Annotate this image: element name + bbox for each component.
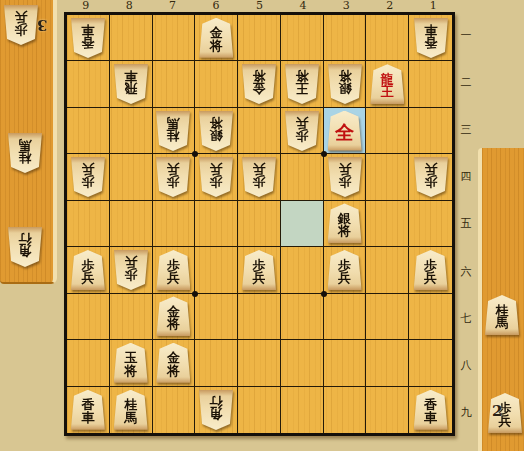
file-label-3: 3	[325, 0, 368, 12]
rank-label-6: 六	[456, 248, 476, 295]
piece-glyph: 将	[338, 70, 351, 82]
rank-label-2: 二	[456, 59, 476, 106]
piece-glyph: 将	[338, 225, 351, 237]
piece-glyph: 車	[81, 23, 94, 35]
square-8-4[interactable]	[110, 154, 153, 200]
piece-歩兵[interactable]: 歩兵	[285, 111, 319, 151]
square-5-5[interactable]	[238, 201, 281, 247]
piece-glyph: 車	[124, 70, 137, 82]
square-1-1[interactable]: 香車	[409, 15, 452, 61]
piece-glyph: 兵	[124, 256, 137, 268]
piece-香車[interactable]: 香車	[71, 18, 105, 58]
square-2-3[interactable]	[366, 108, 409, 154]
piece-歩兵[interactable]: 歩兵	[71, 157, 105, 197]
file-label-1: 1	[412, 0, 455, 12]
rank-label-9: 九	[456, 389, 476, 436]
square-7-4[interactable]: 歩兵	[153, 154, 196, 200]
piece-金将[interactable]: 金将	[199, 18, 233, 58]
square-5-7[interactable]	[238, 294, 281, 340]
piece-全[interactable]: 全	[328, 111, 362, 151]
file-label-4: 4	[281, 0, 324, 12]
piece-glyph: 兵	[424, 272, 437, 284]
square-2-1[interactable]	[366, 15, 409, 61]
square-9-3[interactable]	[67, 108, 110, 154]
rank-label-4: 四	[456, 153, 476, 200]
file-label-9: 9	[64, 0, 107, 12]
piece-glyph: 将	[252, 70, 265, 82]
square-8-5[interactable]	[110, 201, 153, 247]
square-6-6[interactable]	[195, 247, 238, 293]
square-6-8[interactable]	[195, 340, 238, 386]
square-6-3[interactable]: 銀将	[195, 108, 238, 154]
piece-玉将[interactable]: 玉将	[114, 343, 148, 383]
square-7-5[interactable]	[153, 201, 196, 247]
piece-桂馬[interactable]: 桂馬	[114, 390, 148, 430]
square-2-2[interactable]: 龍王	[366, 61, 409, 107]
piece-香車[interactable]: 香車	[71, 390, 105, 430]
square-1-9[interactable]: 香車	[409, 387, 452, 433]
piece-銀将[interactable]: 銀将	[328, 64, 362, 104]
square-1-8[interactable]	[409, 340, 452, 386]
piece-glyph: 兵	[338, 272, 351, 284]
square-4-2[interactable]: 王将	[281, 61, 324, 107]
file-label-8: 8	[107, 0, 150, 12]
shogi-app: 987654321 一二三四五六七八九 香車金将香車飛車金将王将銀将龍王桂馬銀将…	[0, 0, 524, 451]
square-4-1[interactable]	[281, 15, 324, 61]
square-3-5[interactable]: 銀将	[324, 201, 367, 247]
file-labels: 987654321	[64, 0, 455, 12]
piece-龍王[interactable]: 龍王	[370, 64, 404, 104]
piece-飛車[interactable]: 飛車	[114, 64, 148, 104]
piece-glyph: 車	[424, 412, 437, 424]
square-4-3[interactable]: 歩兵	[281, 108, 324, 154]
square-6-2[interactable]	[195, 61, 238, 107]
square-5-2[interactable]: 金将	[238, 61, 281, 107]
piece-glyph: 将	[167, 318, 180, 330]
rank-label-7: 七	[456, 295, 476, 342]
square-9-1[interactable]: 香車	[67, 15, 110, 61]
rank-label-3: 三	[456, 106, 476, 153]
file-label-6: 6	[194, 0, 237, 12]
square-6-4[interactable]: 歩兵	[195, 154, 238, 200]
piece-glyph: 金	[252, 82, 265, 94]
shogi-board: 香車金将香車飛車金将王将銀将龍王桂馬銀将歩兵全歩兵歩兵歩兵歩兵歩兵歩兵銀将歩兵歩…	[64, 12, 455, 436]
square-5-9[interactable]	[238, 387, 281, 433]
piece-金将[interactable]: 金将	[156, 343, 190, 383]
square-7-3[interactable]: 桂馬	[153, 108, 196, 154]
square-2-6[interactable]	[366, 247, 409, 293]
rank-label-8: 八	[456, 342, 476, 389]
piece-glyph: 兵	[252, 272, 265, 284]
square-4-4[interactable]	[281, 154, 324, 200]
square-9-8[interactable]	[67, 340, 110, 386]
square-5-3[interactable]	[238, 108, 281, 154]
piece-glyph: 兵	[81, 163, 94, 175]
square-6-5[interactable]	[195, 201, 238, 247]
piece-歩兵[interactable]: 歩兵	[242, 250, 276, 290]
square-3-9[interactable]	[324, 387, 367, 433]
piece-glyph: 兵	[210, 163, 223, 175]
square-7-6[interactable]: 歩兵	[153, 247, 196, 293]
square-7-2[interactable]	[153, 61, 196, 107]
piece-金将[interactable]: 金将	[242, 64, 276, 104]
piece-歩兵[interactable]: 歩兵	[328, 157, 362, 197]
piece-glyph: 馬	[496, 317, 509, 329]
captured-count-歩兵: 3	[37, 16, 47, 34]
square-1-2[interactable]	[409, 61, 452, 107]
rank-labels: 一二三四五六七八九	[456, 12, 476, 436]
piece-歩兵[interactable]: 歩兵	[414, 157, 448, 197]
piece-glyph: 王	[381, 86, 394, 98]
square-8-3[interactable]	[110, 108, 153, 154]
piece-香車[interactable]: 香車	[414, 18, 448, 58]
square-4-6[interactable]	[281, 247, 324, 293]
gote-captured-tray: 歩兵3桂馬角行	[0, 0, 57, 284]
piece-glyph: 行	[210, 395, 223, 407]
square-2-5[interactable]	[366, 201, 409, 247]
piece-glyph: 全	[335, 123, 354, 142]
square-6-7[interactable]	[195, 294, 238, 340]
square-2-4[interactable]	[366, 154, 409, 200]
piece-glyph: 兵	[295, 116, 308, 128]
piece-glyph: 将	[124, 365, 137, 377]
piece-歩兵[interactable]: 歩兵	[71, 250, 105, 290]
piece-glyph: 兵	[424, 163, 437, 175]
square-1-4[interactable]: 歩兵	[409, 154, 452, 200]
square-7-7[interactable]: 金将	[153, 294, 196, 340]
piece-王将[interactable]: 王将	[285, 64, 319, 104]
piece-歩兵[interactable]: 歩兵	[114, 250, 148, 290]
piece-glyph: 将	[295, 70, 308, 82]
square-8-6[interactable]: 歩兵	[110, 247, 153, 293]
square-5-8[interactable]	[238, 340, 281, 386]
square-3-3[interactable]: 全	[324, 108, 367, 154]
piece-香車[interactable]: 香車	[414, 390, 448, 430]
piece-glyph: 兵	[81, 272, 94, 284]
square-1-5[interactable]	[409, 201, 452, 247]
piece-glyph: 兵	[338, 163, 351, 175]
square-3-7[interactable]	[324, 294, 367, 340]
square-6-9[interactable]: 角行	[195, 387, 238, 433]
piece-glyph: 王	[295, 82, 308, 94]
file-label-2: 2	[368, 0, 411, 12]
piece-桂馬[interactable]: 桂馬	[156, 111, 190, 151]
piece-glyph: 馬	[124, 412, 137, 424]
piece-glyph: 兵	[15, 11, 28, 23]
square-9-5[interactable]	[67, 201, 110, 247]
file-label-7: 7	[151, 0, 194, 12]
rank-label-1: 一	[456, 12, 476, 59]
square-8-7[interactable]	[110, 294, 153, 340]
piece-glyph: 行	[19, 233, 32, 245]
piece-角行[interactable]: 角行	[8, 227, 42, 267]
piece-金将[interactable]: 金将	[156, 296, 190, 336]
square-6-1[interactable]: 金将	[195, 15, 238, 61]
square-9-7[interactable]	[67, 294, 110, 340]
square-4-9[interactable]	[281, 387, 324, 433]
piece-桂馬[interactable]: 桂馬	[8, 133, 42, 173]
square-9-9[interactable]: 香車	[67, 387, 110, 433]
sente-captured-tray: 桂馬歩兵2	[478, 148, 524, 451]
piece-glyph: 馬	[167, 116, 180, 128]
square-8-9[interactable]: 桂馬	[110, 387, 153, 433]
piece-歩兵[interactable]: 歩兵	[156, 157, 190, 197]
piece-glyph: 馬	[19, 139, 32, 151]
piece-glyph: 兵	[167, 163, 180, 175]
square-3-2[interactable]: 銀将	[324, 61, 367, 107]
square-5-6[interactable]: 歩兵	[238, 247, 281, 293]
square-3-8[interactable]	[324, 340, 367, 386]
piece-銀将[interactable]: 銀将	[328, 203, 362, 243]
square-5-1[interactable]	[238, 15, 281, 61]
square-3-4[interactable]: 歩兵	[324, 154, 367, 200]
piece-glyph: 車	[424, 23, 437, 35]
square-3-1[interactable]	[324, 15, 367, 61]
square-8-8[interactable]: 玉将	[110, 340, 153, 386]
square-8-1[interactable]	[110, 15, 153, 61]
piece-歩兵[interactable]: 歩兵	[4, 5, 38, 45]
square-3-6[interactable]: 歩兵	[324, 247, 367, 293]
square-7-1[interactable]	[153, 15, 196, 61]
piece-glyph: 将	[210, 116, 223, 128]
piece-歩兵[interactable]: 歩兵	[199, 157, 233, 197]
square-5-4[interactable]: 歩兵	[238, 154, 281, 200]
square-1-3[interactable]	[409, 108, 452, 154]
piece-glyph: 銀	[338, 82, 351, 94]
piece-glyph: 兵	[167, 272, 180, 284]
piece-銀将[interactable]: 銀将	[199, 111, 233, 151]
piece-桂馬[interactable]: 桂馬	[485, 295, 519, 335]
square-2-7[interactable]	[366, 294, 409, 340]
square-1-7[interactable]	[409, 294, 452, 340]
square-4-7[interactable]	[281, 294, 324, 340]
square-1-6[interactable]: 歩兵	[409, 247, 452, 293]
square-9-2[interactable]	[67, 61, 110, 107]
file-label-5: 5	[238, 0, 281, 12]
piece-歩兵[interactable]: 歩兵	[328, 250, 362, 290]
piece-glyph: 兵	[252, 163, 265, 175]
square-4-5[interactable]	[281, 201, 324, 247]
piece-glyph: 車	[81, 412, 94, 424]
captured-count-歩兵: 2	[492, 402, 502, 420]
piece-glyph: 将	[210, 40, 223, 52]
square-9-4[interactable]: 歩兵	[67, 154, 110, 200]
square-9-6[interactable]: 歩兵	[67, 247, 110, 293]
square-2-9[interactable]	[366, 387, 409, 433]
piece-glyph: 将	[167, 365, 180, 377]
square-7-8[interactable]: 金将	[153, 340, 196, 386]
square-2-8[interactable]	[366, 340, 409, 386]
square-7-9[interactable]	[153, 387, 196, 433]
rank-label-5: 五	[456, 200, 476, 247]
square-4-8[interactable]	[281, 340, 324, 386]
piece-歩兵[interactable]: 歩兵	[242, 157, 276, 197]
piece-歩兵[interactable]: 歩兵	[156, 250, 190, 290]
piece-glyph: 飛	[124, 82, 137, 94]
piece-歩兵[interactable]: 歩兵	[414, 250, 448, 290]
square-8-2[interactable]: 飛車	[110, 61, 153, 107]
piece-角行[interactable]: 角行	[199, 390, 233, 430]
